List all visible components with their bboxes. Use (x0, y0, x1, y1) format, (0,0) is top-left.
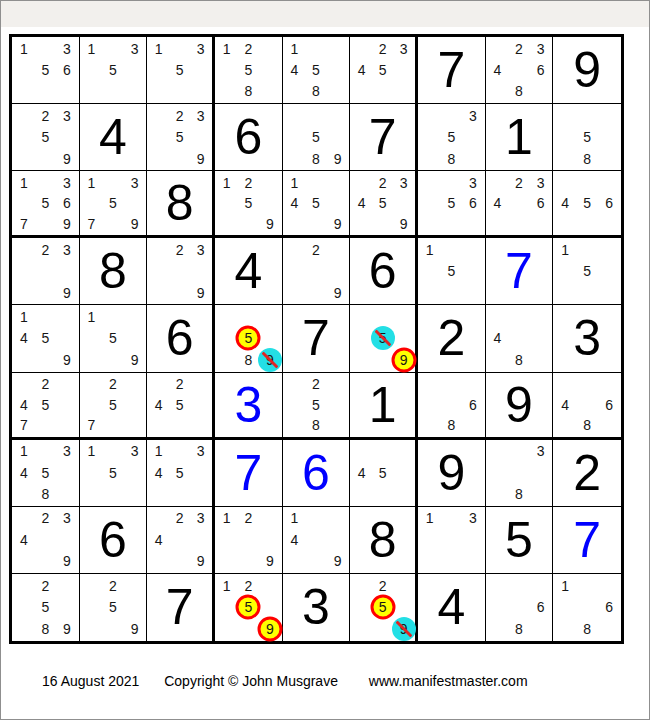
empty-mark-slot (169, 261, 190, 282)
candidate-8: 8 (576, 148, 598, 169)
candidate-digit: 5 (379, 62, 387, 78)
empty-mark-slot (124, 193, 146, 214)
candidate-5: 5 (102, 394, 124, 415)
empty-mark-slot (327, 374, 349, 395)
empty-mark-slot (148, 148, 169, 169)
empty-mark-slot (13, 261, 35, 282)
candidate-digit: 5 (176, 62, 184, 78)
candidate-digit: 5 (447, 129, 455, 145)
solved-digit: 7 (234, 448, 262, 498)
empty-mark-slot (598, 105, 620, 126)
candidate-digit: 1 (291, 41, 299, 57)
empty-mark-slot (554, 105, 576, 126)
candidate-digit: 8 (583, 417, 591, 433)
empty-mark-slot (238, 529, 260, 550)
candidate-grid: 15 (554, 239, 620, 303)
empty-mark-slot (284, 394, 306, 415)
given-digit: 8 (99, 246, 127, 296)
empty-mark-slot (13, 575, 35, 597)
empty-mark-slot (487, 618, 509, 640)
candidate-digit: 3 (197, 108, 205, 124)
cell-r2c8: 1 (486, 104, 554, 171)
empty-mark-slot (216, 597, 238, 619)
candidate-1: 1 (419, 239, 441, 260)
empty-mark-slot (13, 81, 35, 102)
cell-r6c5: 258 (283, 373, 351, 440)
empty-mark-slot (169, 551, 190, 572)
candidate-grid: 45 (351, 441, 414, 505)
candidate-digit: 8 (515, 621, 523, 637)
candidate-4: 4 (351, 193, 372, 214)
candidate-digit: 5 (379, 465, 387, 481)
empty-mark-slot (81, 328, 103, 349)
candidate-grid: 13 (419, 508, 484, 572)
candidate-4: 4 (13, 394, 35, 415)
candidate-8: 8 (441, 148, 463, 169)
empty-mark-slot (508, 441, 530, 462)
candidate-4: 4 (148, 394, 169, 415)
candidate-grid: 258 (284, 374, 349, 436)
empty-mark-slot (372, 214, 393, 235)
candidate-1: 1 (13, 306, 35, 327)
candidate-9: 9 (56, 551, 78, 572)
empty-mark-slot (305, 508, 327, 529)
empty-mark-slot (56, 529, 78, 550)
candidate-grid: 1259 (216, 575, 281, 640)
candidate-digit: 2 (379, 578, 387, 594)
empty-mark-slot (462, 261, 484, 282)
cell-r3c1: 135679 (12, 171, 80, 238)
candidate-grid: 245 (148, 374, 211, 436)
candidate-digit: 3 (469, 175, 477, 191)
empty-mark-slot (13, 374, 35, 395)
candidate-digit: 6 (605, 195, 613, 211)
empty-mark-slot (305, 551, 327, 572)
candidate-digit: 9 (63, 285, 71, 301)
candidate-digit: 5 (312, 397, 320, 413)
candidate-digit: 9 (334, 216, 342, 232)
candidate-8: 8 (238, 81, 260, 102)
empty-mark-slot (35, 441, 57, 462)
empty-mark-slot (530, 81, 552, 102)
candidate-digit: 1 (20, 443, 28, 459)
candidate-digit: 1 (291, 510, 299, 526)
cell-r4c5: 29 (283, 238, 351, 305)
candidate-5: 5 (372, 193, 393, 214)
empty-mark-slot (487, 441, 509, 462)
cell-r7c6: 45 (350, 440, 418, 507)
empty-mark-slot (216, 618, 238, 640)
candidate-digit: 4 (155, 465, 163, 481)
candidate-digit: 8 (515, 83, 523, 99)
candidate-digit: 4 (494, 195, 502, 211)
empty-mark-slot (372, 441, 393, 462)
candidate-9: 9 (393, 618, 414, 640)
candidate-grid: 129 (216, 508, 281, 572)
empty-mark-slot (13, 551, 35, 572)
given-digit: 6 (369, 246, 397, 296)
empty-mark-slot (530, 214, 552, 235)
empty-mark-slot (124, 415, 146, 436)
candidate-7: 7 (81, 415, 103, 436)
candidate-4: 4 (148, 529, 169, 550)
empty-mark-slot (13, 126, 35, 147)
empty-mark-slot (441, 374, 463, 395)
cell-r5c6: 59 (350, 305, 418, 372)
empty-mark-slot (598, 282, 620, 303)
candidate-digit: 5 (244, 62, 252, 78)
empty-mark-slot (351, 214, 372, 235)
empty-mark-slot (35, 172, 57, 193)
candidate-digit: 1 (426, 510, 434, 526)
empty-mark-slot (190, 374, 211, 395)
empty-mark-slot (56, 126, 78, 147)
candidate-digit: 4 (494, 62, 502, 78)
candidate-3: 3 (56, 38, 78, 59)
candidate-5: 5 (576, 193, 598, 214)
candidate-5: 5 (169, 462, 190, 483)
candidate-digit: 9 (197, 553, 205, 569)
empty-mark-slot (441, 508, 463, 529)
given-digit: 7 (302, 313, 330, 363)
candidate-5: 5 (372, 328, 393, 349)
candidate-9: 9 (327, 214, 349, 235)
candidate-digit: 5 (176, 465, 184, 481)
cell-r2c4: 6 (215, 104, 283, 171)
empty-mark-slot (462, 415, 484, 436)
empty-mark-slot (56, 81, 78, 102)
cell-r1c1: 1356 (12, 37, 80, 104)
candidate-digit: 8 (515, 352, 523, 368)
candidate-9: 9 (124, 214, 146, 235)
candidate-digit: 2 (312, 242, 320, 258)
empty-mark-slot (190, 81, 211, 102)
candidate-6: 6 (462, 394, 484, 415)
candidate-8: 8 (508, 618, 530, 640)
empty-mark-slot (35, 306, 57, 327)
candidate-4: 4 (487, 59, 509, 80)
empty-mark-slot (169, 38, 190, 59)
cell-r2c7: 358 (418, 104, 486, 171)
cell-r9c1: 2589 (12, 574, 80, 641)
window-top-strip (1, 1, 649, 27)
empty-mark-slot (508, 597, 530, 619)
candidate-7: 7 (81, 214, 103, 235)
candidate-3: 3 (124, 441, 146, 462)
candidate-grid: 149 (284, 508, 349, 572)
candidate-digit: 8 (515, 486, 523, 502)
candidate-3: 3 (530, 38, 552, 59)
candidate-2: 2 (372, 172, 393, 193)
candidate-1: 1 (216, 38, 238, 59)
candidate-3: 3 (56, 239, 78, 260)
candidate-digit: 3 (63, 242, 71, 258)
empty-mark-slot (284, 214, 306, 235)
cell-r2c2: 4 (80, 104, 148, 171)
candidate-digit: 9 (63, 151, 71, 167)
candidate-5: 5 (305, 59, 327, 80)
candidate-9: 9 (259, 618, 281, 640)
candidate-digit: 3 (469, 510, 477, 526)
candidate-digit: 1 (155, 443, 163, 459)
candidate-9: 9 (393, 214, 414, 235)
empty-mark-slot (462, 529, 484, 550)
empty-mark-slot (554, 415, 576, 436)
empty-mark-slot (169, 415, 190, 436)
candidate-4: 4 (487, 193, 509, 214)
candidate-5: 5 (305, 193, 327, 214)
candidate-digit: 9 (131, 621, 139, 637)
cell-r3c4: 1259 (215, 171, 283, 238)
candidate-digit: 2 (41, 376, 49, 392)
empty-mark-slot (441, 172, 463, 193)
empty-mark-slot (148, 59, 169, 80)
empty-mark-slot (598, 261, 620, 282)
candidate-grid: 2345 (351, 38, 414, 102)
empty-mark-slot (554, 282, 576, 303)
candidate-5: 5 (372, 597, 393, 619)
empty-mark-slot (351, 441, 372, 462)
candidate-digit: 2 (312, 376, 320, 392)
candidate-grid: 2349 (148, 508, 211, 572)
candidate-grid: 68 (487, 575, 552, 640)
candidate-digit: 3 (63, 108, 71, 124)
candidate-2: 2 (508, 38, 530, 59)
empty-mark-slot (169, 483, 190, 504)
empty-mark-slot (124, 394, 146, 415)
candidate-5: 5 (35, 126, 57, 147)
candidate-digit: 5 (41, 465, 49, 481)
candidate-3: 3 (462, 508, 484, 529)
empty-mark-slot (530, 349, 552, 370)
empty-mark-slot (441, 105, 463, 126)
candidate-5: 5 (35, 394, 57, 415)
candidate-9: 9 (124, 349, 146, 370)
empty-mark-slot (554, 148, 576, 169)
empty-mark-slot (462, 126, 484, 147)
candidate-5: 5 (102, 328, 124, 349)
candidate-grid: 239 (148, 239, 211, 303)
empty-mark-slot (419, 193, 441, 214)
candidate-1: 1 (81, 38, 103, 59)
candidate-3: 3 (190, 508, 211, 529)
empty-mark-slot (102, 38, 124, 59)
candidate-1: 1 (81, 306, 103, 327)
candidate-digit: 8 (583, 621, 591, 637)
empty-mark-slot (393, 81, 414, 102)
candidate-digit: 2 (41, 108, 49, 124)
empty-mark-slot (487, 575, 509, 597)
cell-r4c7: 15 (418, 238, 486, 305)
cell-r1c9: 9 (553, 37, 621, 104)
empty-mark-slot (148, 81, 169, 102)
empty-mark-slot (148, 261, 169, 282)
empty-mark-slot (554, 374, 576, 395)
candidate-digit: 5 (41, 599, 49, 615)
empty-mark-slot (259, 38, 281, 59)
candidate-6: 6 (598, 394, 620, 415)
empty-mark-slot (13, 239, 35, 260)
empty-mark-slot (393, 306, 414, 327)
candidate-digit: 9 (197, 285, 205, 301)
candidate-1: 1 (216, 575, 238, 597)
candidate-1: 1 (216, 508, 238, 529)
cell-r2c3: 2359 (147, 104, 215, 171)
empty-mark-slot (35, 282, 57, 303)
empty-mark-slot (13, 618, 35, 640)
empty-mark-slot (124, 81, 146, 102)
empty-mark-slot (372, 483, 393, 504)
candidate-digit: 5 (447, 263, 455, 279)
candidate-grid: 59 (351, 306, 414, 370)
candidate-6: 6 (462, 193, 484, 214)
candidate-1: 1 (13, 38, 35, 59)
empty-mark-slot (305, 38, 327, 59)
candidate-grid: 2589 (13, 575, 78, 640)
candidate-1: 1 (148, 441, 169, 462)
sudoku-board: 1356135135125814582345723468923594235965… (9, 34, 624, 644)
candidate-grid: 68 (419, 374, 484, 436)
candidate-digit: 9 (266, 216, 274, 232)
candidate-6: 6 (56, 193, 78, 214)
candidate-digit: 3 (197, 242, 205, 258)
candidate-digit: 5 (176, 129, 184, 145)
empty-mark-slot (13, 483, 35, 504)
solved-digit: 6 (302, 448, 330, 498)
cell-r5c3: 6 (147, 305, 215, 372)
empty-mark-slot (56, 306, 78, 327)
empty-mark-slot (35, 214, 57, 235)
empty-mark-slot (351, 38, 372, 59)
candidate-digit: 5 (379, 195, 387, 211)
candidate-2: 2 (372, 38, 393, 59)
cell-r5c9: 3 (553, 305, 621, 372)
candidate-4: 4 (148, 462, 169, 483)
cell-r6c8: 9 (486, 373, 554, 440)
candidate-8: 8 (305, 415, 327, 436)
cell-r6c7: 68 (418, 373, 486, 440)
candidate-digit: 2 (109, 578, 117, 594)
empty-mark-slot (305, 282, 327, 303)
candidate-grid: 29 (284, 239, 349, 303)
candidate-5: 5 (305, 126, 327, 147)
cell-r7c7: 9 (418, 440, 486, 507)
candidate-digit: 9 (131, 216, 139, 232)
candidate-9: 9 (56, 282, 78, 303)
candidate-digit: 7 (20, 216, 28, 232)
empty-mark-slot (124, 374, 146, 395)
empty-mark-slot (487, 38, 509, 59)
candidate-9: 9 (327, 282, 349, 303)
empty-mark-slot (598, 618, 620, 640)
candidate-8: 8 (305, 81, 327, 102)
candidate-9: 9 (259, 551, 281, 572)
empty-mark-slot (441, 529, 463, 550)
candidate-9: 9 (124, 618, 146, 640)
candidate-digit: 5 (41, 62, 49, 78)
candidate-2: 2 (35, 508, 57, 529)
empty-mark-slot (576, 172, 598, 193)
cell-r5c1: 1459 (12, 305, 80, 372)
empty-mark-slot (56, 394, 78, 415)
candidate-digit: 5 (583, 195, 591, 211)
empty-mark-slot (259, 508, 281, 529)
cell-r8c5: 149 (283, 507, 351, 574)
empty-mark-slot (508, 193, 530, 214)
candidate-digit: 5 (244, 195, 252, 211)
candidate-digit: 6 (63, 195, 71, 211)
empty-mark-slot (124, 328, 146, 349)
candidate-2: 2 (169, 239, 190, 260)
candidate-digit: 6 (605, 397, 613, 413)
empty-mark-slot (81, 483, 103, 504)
empty-mark-slot (576, 597, 598, 619)
cell-r1c4: 1258 (215, 37, 283, 104)
cell-r7c4: 7 (215, 440, 283, 507)
empty-mark-slot (327, 261, 349, 282)
candidate-grid: 239 (13, 239, 78, 303)
empty-mark-slot (124, 575, 146, 597)
candidate-5: 5 (35, 59, 57, 80)
empty-mark-slot (441, 239, 463, 260)
candidate-digit: 5 (176, 397, 184, 413)
empty-mark-slot (148, 282, 169, 303)
solved-digit: 7 (573, 515, 601, 565)
candidate-5: 5 (238, 328, 260, 349)
candidate-8: 8 (576, 618, 598, 640)
empty-mark-slot (508, 59, 530, 80)
candidate-4: 4 (284, 59, 306, 80)
candidate-grid: 23468 (487, 38, 552, 102)
candidate-digit: 8 (447, 417, 455, 433)
candidate-digit: 2 (515, 41, 523, 57)
cell-r6c3: 245 (147, 373, 215, 440)
empty-mark-slot (259, 306, 281, 327)
candidate-digit: 3 (537, 443, 545, 459)
cell-r2c1: 2359 (12, 104, 80, 171)
empty-mark-slot (56, 328, 78, 349)
candidate-digit: 5 (109, 397, 117, 413)
given-digit: 3 (573, 313, 601, 363)
candidate-digit: 8 (41, 621, 49, 637)
candidate-digit: 8 (244, 352, 252, 368)
candidate-2: 2 (169, 508, 190, 529)
empty-mark-slot (56, 415, 78, 436)
candidate-5: 5 (102, 462, 124, 483)
cell-r1c8: 23468 (486, 37, 554, 104)
candidate-grid: 257 (81, 374, 146, 436)
cell-r4c4: 4 (215, 238, 283, 305)
candidate-digit: 9 (266, 553, 274, 569)
empty-mark-slot (462, 148, 484, 169)
candidate-grid: 456 (554, 172, 620, 234)
candidate-digit: 5 (109, 62, 117, 78)
empty-mark-slot (487, 462, 509, 483)
empty-mark-slot (462, 214, 484, 235)
candidate-digit: 8 (312, 151, 320, 167)
candidate-digit: 9 (63, 621, 71, 637)
cell-r6c4: 3 (215, 373, 283, 440)
candidate-digit: 2 (176, 242, 184, 258)
empty-mark-slot (102, 441, 124, 462)
empty-mark-slot (598, 374, 620, 395)
candidate-grid: 168 (554, 575, 620, 640)
empty-mark-slot (216, 328, 238, 349)
given-digit: 6 (166, 313, 194, 363)
candidate-6: 6 (56, 59, 78, 80)
candidate-5: 5 (102, 597, 124, 619)
candidate-digit: 8 (583, 151, 591, 167)
